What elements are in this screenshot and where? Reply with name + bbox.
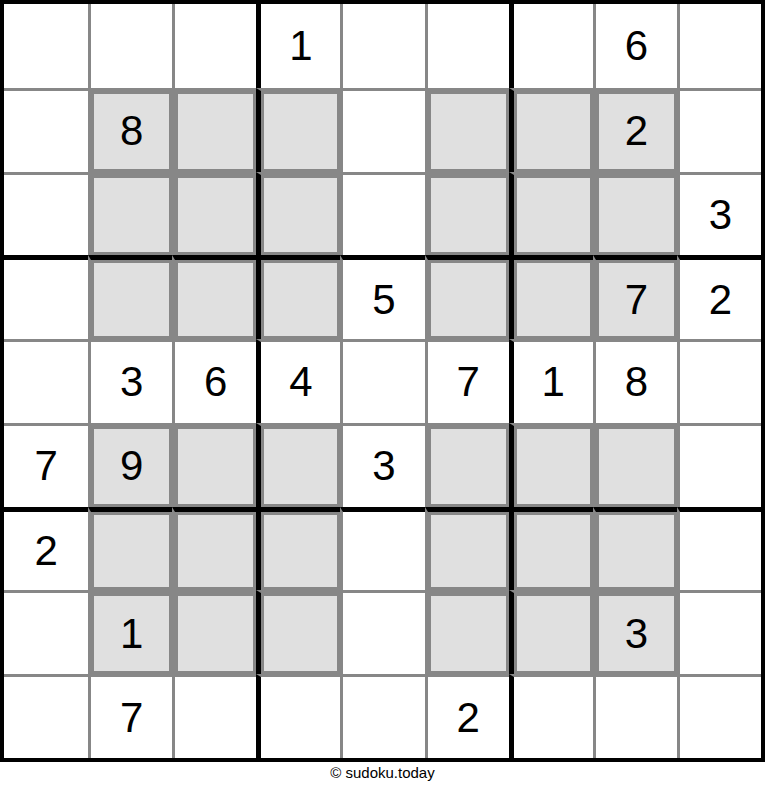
cell-r1c5[interactable]	[340, 4, 424, 88]
cell-r7c2[interactable]	[88, 507, 172, 591]
cell-r4c7[interactable]	[509, 255, 593, 339]
cell-r1c4[interactable]: 1	[256, 4, 340, 88]
cell-r2c3[interactable]	[172, 88, 256, 172]
cell-r2c9[interactable]	[677, 88, 761, 172]
cell-r4c8[interactable]: 7	[593, 255, 677, 339]
cell-r6c3[interactable]	[172, 423, 256, 507]
cell-r4c6[interactable]	[425, 255, 509, 339]
cell-r8c6[interactable]	[425, 590, 509, 674]
cell-r7c9[interactable]	[677, 507, 761, 591]
copyright-caption: © sudoku.today	[0, 764, 765, 781]
cell-r3c4[interactable]	[256, 172, 340, 256]
cell-r1c7[interactable]	[509, 4, 593, 88]
cell-r9c8[interactable]	[593, 674, 677, 758]
cell-r3c2[interactable]	[88, 172, 172, 256]
cell-r2c4[interactable]	[256, 88, 340, 172]
cell-r2c8[interactable]: 2	[593, 88, 677, 172]
cell-r7c1[interactable]: 2	[4, 507, 88, 591]
cell-r7c5[interactable]	[340, 507, 424, 591]
cell-r9c9[interactable]	[677, 674, 761, 758]
cell-r4c5[interactable]: 5	[340, 255, 424, 339]
cell-r9c5[interactable]	[340, 674, 424, 758]
cell-r8c7[interactable]	[509, 590, 593, 674]
cell-r3c8[interactable]	[593, 172, 677, 256]
cell-r6c9[interactable]	[677, 423, 761, 507]
cell-r1c2[interactable]	[88, 4, 172, 88]
cell-r1c3[interactable]	[172, 4, 256, 88]
sudoku-page: 1682357236471879321372 © sudoku.today	[0, 0, 765, 785]
cell-r8c8[interactable]: 3	[593, 590, 677, 674]
cell-r9c3[interactable]	[172, 674, 256, 758]
cell-r6c1[interactable]: 7	[4, 423, 88, 507]
cell-r5c9[interactable]	[677, 339, 761, 423]
cell-r2c5[interactable]	[340, 88, 424, 172]
cell-r6c2[interactable]: 9	[88, 423, 172, 507]
cell-r8c3[interactable]	[172, 590, 256, 674]
cell-r1c9[interactable]	[677, 4, 761, 88]
cell-r7c8[interactable]	[593, 507, 677, 591]
cell-r2c6[interactable]	[425, 88, 509, 172]
cell-r6c7[interactable]	[509, 423, 593, 507]
cell-r5c7[interactable]: 1	[509, 339, 593, 423]
cell-r9c6[interactable]: 2	[425, 674, 509, 758]
cell-r4c4[interactable]	[256, 255, 340, 339]
cell-r8c5[interactable]	[340, 590, 424, 674]
cell-r3c9[interactable]: 3	[677, 172, 761, 256]
cell-r5c8[interactable]: 8	[593, 339, 677, 423]
cell-r3c7[interactable]	[509, 172, 593, 256]
cell-r9c7[interactable]	[509, 674, 593, 758]
cell-r9c1[interactable]	[4, 674, 88, 758]
cell-r8c9[interactable]	[677, 590, 761, 674]
cell-r8c2[interactable]: 1	[88, 590, 172, 674]
cell-r5c2[interactable]: 3	[88, 339, 172, 423]
cell-r3c1[interactable]	[4, 172, 88, 256]
cell-r6c4[interactable]	[256, 423, 340, 507]
cell-r1c1[interactable]	[4, 4, 88, 88]
cell-r6c6[interactable]	[425, 423, 509, 507]
cell-r6c8[interactable]	[593, 423, 677, 507]
cell-r4c3[interactable]	[172, 255, 256, 339]
cell-r5c3[interactable]: 6	[172, 339, 256, 423]
cell-r7c4[interactable]	[256, 507, 340, 591]
cell-r8c4[interactable]	[256, 590, 340, 674]
cell-r4c9[interactable]: 2	[677, 255, 761, 339]
cell-r8c1[interactable]	[4, 590, 88, 674]
cell-r9c4[interactable]	[256, 674, 340, 758]
cell-r5c6[interactable]: 7	[425, 339, 509, 423]
cell-r3c3[interactable]	[172, 172, 256, 256]
cell-r6c5[interactable]: 3	[340, 423, 424, 507]
cell-r2c7[interactable]	[509, 88, 593, 172]
cell-r4c2[interactable]	[88, 255, 172, 339]
cell-r4c1[interactable]	[4, 255, 88, 339]
cell-r2c1[interactable]	[4, 88, 88, 172]
cell-r9c2[interactable]: 7	[88, 674, 172, 758]
cell-r7c7[interactable]	[509, 507, 593, 591]
cell-r7c6[interactable]	[425, 507, 509, 591]
cell-r2c2[interactable]: 8	[88, 88, 172, 172]
cell-r1c8[interactable]: 6	[593, 4, 677, 88]
sudoku-board: 1682357236471879321372	[0, 0, 765, 762]
cell-r1c6[interactable]	[425, 4, 509, 88]
cell-r3c6[interactable]	[425, 172, 509, 256]
cell-r5c4[interactable]: 4	[256, 339, 340, 423]
cell-r7c3[interactable]	[172, 507, 256, 591]
cell-r5c1[interactable]	[4, 339, 88, 423]
cell-r3c5[interactable]	[340, 172, 424, 256]
cell-r5c5[interactable]	[340, 339, 424, 423]
